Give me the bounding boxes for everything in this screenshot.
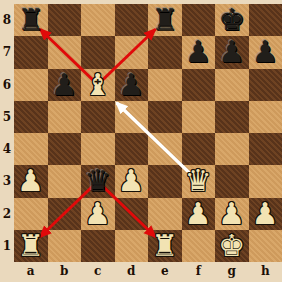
square-g8[interactable]: ♚ bbox=[215, 4, 249, 36]
square-h7[interactable]: ♟ bbox=[249, 36, 283, 68]
piece-black-king-g8[interactable]: ♚ bbox=[218, 5, 245, 35]
square-c4[interactable] bbox=[81, 133, 115, 165]
piece-black-queen-c3[interactable]: ♛ bbox=[84, 166, 111, 196]
square-d8[interactable] bbox=[115, 4, 149, 36]
square-h2[interactable]: ♟ bbox=[249, 198, 283, 230]
piece-white-queen-f3[interactable]: ♛ bbox=[185, 166, 212, 196]
square-f8[interactable] bbox=[182, 4, 216, 36]
piece-white-pawn-g2[interactable]: ♟ bbox=[218, 199, 245, 229]
square-b3[interactable] bbox=[48, 165, 82, 197]
piece-black-pawn-d6[interactable]: ♟ bbox=[118, 70, 145, 100]
square-g3[interactable] bbox=[215, 165, 249, 197]
square-h1[interactable] bbox=[249, 230, 283, 262]
rank-label-7: 7 bbox=[0, 36, 14, 68]
square-c8[interactable] bbox=[81, 4, 115, 36]
square-e6[interactable] bbox=[148, 69, 182, 101]
file-label-a: a bbox=[14, 261, 48, 281]
square-a3[interactable]: ♟ bbox=[14, 165, 48, 197]
square-e1[interactable]: ♜ bbox=[148, 230, 182, 262]
file-label-e: e bbox=[148, 261, 182, 281]
square-b7[interactable] bbox=[48, 36, 82, 68]
square-d1[interactable] bbox=[115, 230, 149, 262]
piece-white-pawn-f2[interactable]: ♟ bbox=[185, 199, 212, 229]
square-a6[interactable] bbox=[14, 69, 48, 101]
square-d5[interactable] bbox=[115, 101, 149, 133]
chess-board: ♜♜♚♟♟♟♟♝♟♟♛♟♛♟♟♟♟♜♜♚ bbox=[14, 4, 282, 262]
square-b5[interactable] bbox=[48, 101, 82, 133]
rank-label-4: 4 bbox=[0, 133, 14, 165]
file-label-g: g bbox=[215, 261, 249, 281]
square-h3[interactable] bbox=[249, 165, 283, 197]
square-e3[interactable] bbox=[148, 165, 182, 197]
square-h5[interactable] bbox=[249, 101, 283, 133]
piece-black-pawn-h7[interactable]: ♟ bbox=[252, 37, 279, 67]
square-g6[interactable] bbox=[215, 69, 249, 101]
square-e4[interactable] bbox=[148, 133, 182, 165]
square-d3[interactable]: ♟ bbox=[115, 165, 149, 197]
square-b4[interactable] bbox=[48, 133, 82, 165]
square-h4[interactable] bbox=[249, 133, 283, 165]
rank-label-1: 1 bbox=[0, 230, 14, 262]
file-label-f: f bbox=[182, 261, 216, 281]
piece-white-pawn-a3[interactable]: ♟ bbox=[17, 166, 44, 196]
square-c3[interactable]: ♛ bbox=[81, 165, 115, 197]
piece-black-rook-e8[interactable]: ♜ bbox=[151, 5, 178, 35]
piece-white-rook-e1[interactable]: ♜ bbox=[151, 231, 178, 261]
rank-label-5: 5 bbox=[0, 101, 14, 133]
file-label-b: b bbox=[48, 261, 82, 281]
square-f7[interactable]: ♟ bbox=[182, 36, 216, 68]
rank-label-2: 2 bbox=[0, 198, 14, 230]
square-h6[interactable] bbox=[249, 69, 283, 101]
square-a4[interactable] bbox=[14, 133, 48, 165]
square-b8[interactable] bbox=[48, 4, 82, 36]
piece-white-bishop-c6[interactable]: ♝ bbox=[84, 70, 111, 100]
rank-labels: 87654321 bbox=[0, 4, 14, 262]
file-label-d: d bbox=[115, 261, 149, 281]
rank-label-6: 6 bbox=[0, 69, 14, 101]
square-b6[interactable]: ♟ bbox=[48, 69, 82, 101]
square-d7[interactable] bbox=[115, 36, 149, 68]
square-a5[interactable] bbox=[14, 101, 48, 133]
square-g7[interactable]: ♟ bbox=[215, 36, 249, 68]
piece-white-pawn-h2[interactable]: ♟ bbox=[252, 199, 279, 229]
square-f2[interactable]: ♟ bbox=[182, 198, 216, 230]
piece-white-rook-a1[interactable]: ♜ bbox=[17, 231, 44, 261]
square-d2[interactable] bbox=[115, 198, 149, 230]
square-g5[interactable] bbox=[215, 101, 249, 133]
square-d4[interactable] bbox=[115, 133, 149, 165]
square-e2[interactable] bbox=[148, 198, 182, 230]
square-f6[interactable] bbox=[182, 69, 216, 101]
square-a2[interactable] bbox=[14, 198, 48, 230]
square-f5[interactable] bbox=[182, 101, 216, 133]
square-a1[interactable]: ♜ bbox=[14, 230, 48, 262]
square-d6[interactable]: ♟ bbox=[115, 69, 149, 101]
square-c6[interactable]: ♝ bbox=[81, 69, 115, 101]
piece-black-pawn-g7[interactable]: ♟ bbox=[218, 37, 245, 67]
piece-black-rook-a8[interactable]: ♜ bbox=[17, 5, 44, 35]
square-a8[interactable]: ♜ bbox=[14, 4, 48, 36]
square-f4[interactable] bbox=[182, 133, 216, 165]
piece-white-king-g1[interactable]: ♚ bbox=[218, 231, 245, 261]
rank-label-8: 8 bbox=[0, 4, 14, 36]
square-g1[interactable]: ♚ bbox=[215, 230, 249, 262]
piece-black-pawn-b6[interactable]: ♟ bbox=[51, 70, 78, 100]
rank-label-3: 3 bbox=[0, 165, 14, 197]
piece-white-pawn-c2[interactable]: ♟ bbox=[84, 199, 111, 229]
file-labels: abcdefgh bbox=[14, 261, 282, 281]
square-e7[interactable] bbox=[148, 36, 182, 68]
square-f1[interactable] bbox=[182, 230, 216, 262]
piece-black-pawn-f7[interactable]: ♟ bbox=[185, 37, 212, 67]
square-g4[interactable] bbox=[215, 133, 249, 165]
square-h8[interactable] bbox=[249, 4, 283, 36]
file-label-c: c bbox=[81, 261, 115, 281]
square-b1[interactable] bbox=[48, 230, 82, 262]
file-label-h: h bbox=[249, 261, 283, 281]
square-e5[interactable] bbox=[148, 101, 182, 133]
square-c2[interactable]: ♟ bbox=[81, 198, 115, 230]
chess-diagram: 87654321 ♜♜♚♟♟♟♟♝♟♟♛♟♛♟♟♟♟♜♜♚ abcdefgh bbox=[0, 0, 282, 282]
square-b2[interactable] bbox=[48, 198, 82, 230]
square-c1[interactable] bbox=[81, 230, 115, 262]
square-e8[interactable]: ♜ bbox=[148, 4, 182, 36]
square-c7[interactable] bbox=[81, 36, 115, 68]
square-g2[interactable]: ♟ bbox=[215, 198, 249, 230]
square-c5[interactable] bbox=[81, 101, 115, 133]
piece-white-pawn-d3[interactable]: ♟ bbox=[118, 166, 145, 196]
square-f3[interactable]: ♛ bbox=[182, 165, 216, 197]
square-a7[interactable] bbox=[14, 36, 48, 68]
